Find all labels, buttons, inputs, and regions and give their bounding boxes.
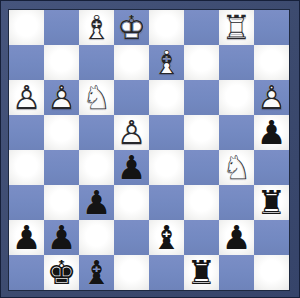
piece-fill: ♚ (44, 255, 79, 290)
piece-fill: ♝ (149, 220, 184, 255)
square-a5[interactable] (254, 150, 289, 185)
square-d2[interactable]: ♝♗ (149, 45, 184, 80)
square-c2[interactable] (184, 45, 219, 80)
square-e3[interactable] (114, 80, 149, 115)
square-a7[interactable] (254, 220, 289, 255)
square-g2[interactable] (44, 45, 79, 80)
square-h1[interactable] (9, 10, 44, 45)
square-g8[interactable]: ♚ (44, 255, 79, 290)
square-f3[interactable]: ♞♘ (79, 80, 114, 115)
square-f6[interactable]: ♟ (79, 185, 114, 220)
black-pawn[interactable]: ♟ (254, 115, 289, 150)
piece-fill: ♟ (114, 150, 149, 185)
square-d6[interactable] (149, 185, 184, 220)
square-b6[interactable] (219, 185, 254, 220)
white-rook[interactable]: ♜♖ (219, 10, 254, 45)
square-c5[interactable] (184, 150, 219, 185)
square-h8[interactable] (9, 255, 44, 290)
square-e1[interactable]: ♚♔ (114, 10, 149, 45)
square-h4[interactable] (9, 115, 44, 150)
square-c1[interactable] (184, 10, 219, 45)
square-e5[interactable]: ♟ (114, 150, 149, 185)
square-f4[interactable] (79, 115, 114, 150)
square-g7[interactable]: ♟ (44, 220, 79, 255)
square-d1[interactable] (149, 10, 184, 45)
piece-fill: ♟ (9, 220, 44, 255)
square-a8[interactable] (254, 255, 289, 290)
square-f1[interactable]: ♝♗ (79, 10, 114, 45)
piece-outline: ♙ (254, 80, 289, 115)
piece-outline: ♙ (114, 115, 149, 150)
square-d7[interactable]: ♝ (149, 220, 184, 255)
square-b2[interactable] (219, 45, 254, 80)
square-d4[interactable] (149, 115, 184, 150)
black-pawn[interactable]: ♟ (79, 185, 114, 220)
square-h6[interactable] (9, 185, 44, 220)
piece-outline: ♘ (79, 80, 114, 115)
black-bishop[interactable]: ♝ (149, 220, 184, 255)
piece-fill: ♟ (44, 220, 79, 255)
square-b1[interactable]: ♜♖ (219, 10, 254, 45)
white-pawn[interactable]: ♟♙ (44, 80, 79, 115)
square-e8[interactable] (114, 255, 149, 290)
board-frame: ♝♗♚♔♜♖♝♗♟♙♟♙♞♘♟♙♟♙♟♟♞♘♟♜♟♟♝♟♚♝♜ (0, 0, 300, 298)
square-g6[interactable] (44, 185, 79, 220)
black-pawn[interactable]: ♟ (219, 220, 254, 255)
piece-outline: ♙ (9, 80, 44, 115)
black-pawn[interactable]: ♟ (44, 220, 79, 255)
square-h3[interactable]: ♟♙ (9, 80, 44, 115)
black-pawn[interactable]: ♟ (114, 150, 149, 185)
square-b4[interactable] (219, 115, 254, 150)
chess-board: ♝♗♚♔♜♖♝♗♟♙♟♙♞♘♟♙♟♙♟♟♞♘♟♜♟♟♝♟♚♝♜ (9, 10, 289, 290)
square-f8[interactable]: ♝ (79, 255, 114, 290)
black-pawn[interactable]: ♟ (9, 220, 44, 255)
piece-fill: ♟ (219, 220, 254, 255)
square-f5[interactable] (79, 150, 114, 185)
square-g4[interactable] (44, 115, 79, 150)
square-c8[interactable]: ♜ (184, 255, 219, 290)
square-a2[interactable] (254, 45, 289, 80)
square-a4[interactable]: ♟ (254, 115, 289, 150)
piece-outline: ♗ (149, 45, 184, 80)
piece-outline: ♙ (44, 80, 79, 115)
white-king[interactable]: ♚♔ (114, 10, 149, 45)
white-pawn[interactable]: ♟♙ (114, 115, 149, 150)
square-a6[interactable]: ♜ (254, 185, 289, 220)
white-bishop[interactable]: ♝♗ (79, 10, 114, 45)
piece-outline: ♗ (79, 10, 114, 45)
piece-fill: ♜ (184, 255, 219, 290)
square-b8[interactable] (219, 255, 254, 290)
piece-fill: ♟ (79, 185, 114, 220)
square-f2[interactable] (79, 45, 114, 80)
square-g3[interactable]: ♟♙ (44, 80, 79, 115)
square-b3[interactable] (219, 80, 254, 115)
black-king[interactable]: ♚ (44, 255, 79, 290)
square-d8[interactable] (149, 255, 184, 290)
square-h5[interactable] (9, 150, 44, 185)
square-c4[interactable] (184, 115, 219, 150)
square-g1[interactable] (44, 10, 79, 45)
piece-outline: ♔ (114, 10, 149, 45)
square-d3[interactable] (149, 80, 184, 115)
black-rook[interactable]: ♜ (184, 255, 219, 290)
square-g5[interactable] (44, 150, 79, 185)
square-b5[interactable]: ♞♘ (219, 150, 254, 185)
square-a3[interactable]: ♟♙ (254, 80, 289, 115)
white-knight[interactable]: ♞♘ (219, 150, 254, 185)
white-pawn[interactable]: ♟♙ (9, 80, 44, 115)
square-h2[interactable] (9, 45, 44, 80)
square-e7[interactable] (114, 220, 149, 255)
square-f7[interactable] (79, 220, 114, 255)
square-a1[interactable] (254, 10, 289, 45)
piece-fill: ♝ (79, 255, 114, 290)
square-e4[interactable]: ♟♙ (114, 115, 149, 150)
square-h7[interactable]: ♟ (9, 220, 44, 255)
square-c6[interactable] (184, 185, 219, 220)
white-knight[interactable]: ♞♘ (79, 80, 114, 115)
square-e2[interactable] (114, 45, 149, 80)
piece-fill: ♟ (254, 115, 289, 150)
black-bishop[interactable]: ♝ (79, 255, 114, 290)
white-bishop[interactable]: ♝♗ (149, 45, 184, 80)
piece-outline: ♖ (219, 10, 254, 45)
square-b7[interactable]: ♟ (219, 220, 254, 255)
piece-outline: ♘ (219, 150, 254, 185)
square-c3[interactable] (184, 80, 219, 115)
square-d5[interactable] (149, 150, 184, 185)
black-rook[interactable]: ♜ (254, 185, 289, 220)
square-c7[interactable] (184, 220, 219, 255)
piece-fill: ♜ (254, 185, 289, 220)
square-e6[interactable] (114, 185, 149, 220)
white-pawn[interactable]: ♟♙ (254, 80, 289, 115)
